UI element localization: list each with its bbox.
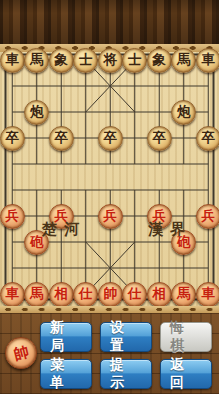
button-grid: 新局 设置 悔棋 菜单 提示 返回 xyxy=(40,322,212,389)
menu-button[interactable]: 菜单 xyxy=(40,359,92,389)
board[interactable]: 車馬象士将士象馬車炮炮卒卒卒卒卒兵兵兵兵兵砲砲車馬相仕帥仕相馬車 楚河 漢界 xyxy=(0,52,219,306)
control-panel: 帥 新局 设置 悔棋 菜单 提示 返回 xyxy=(0,313,219,394)
piece-black-chariot[interactable]: 車 xyxy=(0,48,25,73)
turn-indicator-piece: 帥 xyxy=(5,337,37,369)
settings-button[interactable]: 设置 xyxy=(100,322,152,352)
piece-black-cannon[interactable]: 炮 xyxy=(24,100,49,125)
piece-black-soldier[interactable]: 卒 xyxy=(49,126,74,151)
piece-red-chariot[interactable]: 車 xyxy=(196,282,219,307)
piece-black-soldier[interactable]: 卒 xyxy=(147,126,172,151)
piece-red-advisor[interactable]: 仕 xyxy=(73,282,98,307)
piece-black-chariot[interactable]: 車 xyxy=(196,48,219,73)
piece-black-advisor[interactable]: 士 xyxy=(73,48,98,73)
piece-red-advisor[interactable]: 仕 xyxy=(122,282,147,307)
piece-black-cannon[interactable]: 炮 xyxy=(171,100,196,125)
piece-red-soldier[interactable]: 兵 xyxy=(98,204,123,229)
piece-red-chariot[interactable]: 車 xyxy=(0,282,25,307)
piece-red-horse[interactable]: 馬 xyxy=(24,282,49,307)
river-label-left: 楚河 xyxy=(22,216,99,242)
piece-red-elephant[interactable]: 相 xyxy=(147,282,172,307)
hint-button[interactable]: 提示 xyxy=(100,359,152,389)
piece-red-elephant[interactable]: 相 xyxy=(49,282,74,307)
piece-red-horse[interactable]: 馬 xyxy=(171,282,196,307)
stud-strip-bottom xyxy=(0,306,219,313)
piece-red-general[interactable]: 帥 xyxy=(98,282,123,307)
piece-black-soldier[interactable]: 卒 xyxy=(98,126,123,151)
turn-indicator-glyph: 帥 xyxy=(11,342,30,364)
piece-black-elephant[interactable]: 象 xyxy=(147,48,172,73)
new-game-button[interactable]: 新局 xyxy=(40,322,92,352)
xiangqi-app: 車馬象士将士象馬車炮炮卒卒卒卒卒兵兵兵兵兵砲砲車馬相仕帥仕相馬車 楚河 漢界 帥… xyxy=(0,0,219,394)
back-button[interactable]: 返回 xyxy=(160,359,212,389)
wood-header xyxy=(0,0,219,44)
piece-black-advisor[interactable]: 士 xyxy=(122,48,147,73)
piece-black-soldier[interactable]: 卒 xyxy=(196,126,219,151)
undo-button[interactable]: 悔棋 xyxy=(160,322,212,352)
piece-black-horse[interactable]: 馬 xyxy=(24,48,49,73)
pieces-layer: 車馬象士将士象馬車炮炮卒卒卒卒卒兵兵兵兵兵砲砲車馬相仕帥仕相馬車 xyxy=(0,47,219,307)
piece-black-soldier[interactable]: 卒 xyxy=(0,126,25,151)
piece-black-elephant[interactable]: 象 xyxy=(49,48,74,73)
piece-black-horse[interactable]: 馬 xyxy=(171,48,196,73)
piece-black-general[interactable]: 将 xyxy=(98,48,123,73)
river-label-right: 漢界 xyxy=(128,216,205,242)
